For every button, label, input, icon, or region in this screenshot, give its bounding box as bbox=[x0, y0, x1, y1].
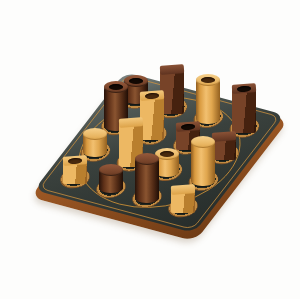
piece-DRTF bbox=[135, 153, 159, 203]
piece-DRSF bbox=[99, 164, 123, 193]
piece-top bbox=[135, 153, 159, 165]
piece-LQSH bbox=[63, 155, 87, 184]
piece-body bbox=[196, 80, 220, 124]
piece-top bbox=[62, 155, 87, 166]
piece-hollow-top bbox=[68, 157, 82, 164]
piece-hollow-top bbox=[129, 78, 143, 84]
piece-LRSH bbox=[155, 148, 179, 177]
piece-top bbox=[160, 64, 185, 75]
piece-body bbox=[135, 159, 159, 203]
piece-LRTH bbox=[196, 74, 220, 124]
piece-hollow-top bbox=[181, 124, 195, 131]
piece-top bbox=[155, 148, 179, 160]
piece-hollow-top bbox=[237, 86, 251, 93]
piece-hollow-top bbox=[201, 77, 215, 83]
piece-hollow-top bbox=[145, 93, 159, 100]
piece-top bbox=[175, 121, 200, 132]
piece-LQSF bbox=[171, 184, 195, 213]
product-photo-quarto-game[interactable] bbox=[0, 0, 300, 299]
piece-LQTH bbox=[140, 90, 164, 140]
piece-LRTF bbox=[191, 136, 215, 186]
piece-top bbox=[119, 117, 144, 128]
piece-DQTF bbox=[160, 64, 184, 114]
piece-body bbox=[232, 89, 256, 133]
piece-top bbox=[104, 81, 128, 93]
piece-body bbox=[140, 96, 164, 140]
piece-LRSF bbox=[83, 128, 107, 157]
piece-DQSF bbox=[212, 131, 236, 160]
piece-top bbox=[170, 184, 195, 195]
piece-top bbox=[196, 74, 220, 86]
piece-DQTH bbox=[232, 83, 256, 133]
piece-hollow-top bbox=[109, 84, 123, 90]
piece-hollow-top bbox=[160, 151, 174, 157]
piece-body bbox=[191, 142, 215, 186]
